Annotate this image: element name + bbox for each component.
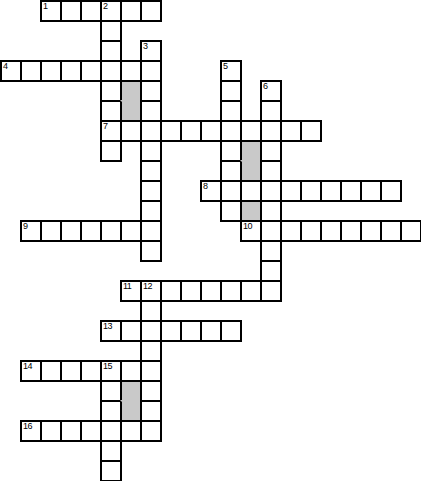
clue-number: 12 bbox=[143, 282, 152, 290]
answer-cell[interactable] bbox=[260, 200, 282, 222]
answer-cell[interactable] bbox=[240, 120, 262, 142]
answer-cell[interactable] bbox=[240, 280, 262, 302]
answer-cell[interactable] bbox=[80, 420, 102, 442]
answer-cell[interactable] bbox=[140, 100, 162, 122]
answer-cell[interactable] bbox=[260, 220, 282, 242]
answer-cell[interactable] bbox=[120, 120, 142, 142]
answer-cell[interactable]: 11 bbox=[120, 280, 142, 302]
answer-cell[interactable] bbox=[220, 320, 242, 342]
answer-cell[interactable] bbox=[340, 220, 362, 242]
answer-cell[interactable]: 2 bbox=[100, 0, 122, 22]
answer-cell[interactable] bbox=[360, 220, 382, 242]
answer-cell[interactable] bbox=[140, 340, 162, 362]
answer-cell[interactable] bbox=[140, 400, 162, 422]
answer-cell[interactable] bbox=[100, 460, 122, 481]
clue-number: 13 bbox=[103, 322, 112, 330]
answer-cell[interactable] bbox=[280, 120, 302, 142]
answer-cell[interactable] bbox=[200, 280, 222, 302]
answer-cell[interactable]: 10 bbox=[240, 220, 262, 242]
clue-number: 3 bbox=[143, 42, 148, 50]
clue-number: 6 bbox=[263, 82, 268, 90]
answer-cell[interactable] bbox=[140, 120, 162, 142]
answer-cell[interactable] bbox=[140, 300, 162, 322]
answer-cell[interactable] bbox=[200, 320, 222, 342]
answer-cell[interactable]: 9 bbox=[20, 220, 42, 242]
answer-cell[interactable] bbox=[220, 280, 242, 302]
answer-cell[interactable] bbox=[180, 280, 202, 302]
answer-cell[interactable] bbox=[40, 60, 62, 82]
answer-cell[interactable] bbox=[260, 180, 282, 202]
answer-cell[interactable] bbox=[100, 140, 122, 162]
answer-cell[interactable] bbox=[260, 160, 282, 182]
answer-cell[interactable] bbox=[220, 100, 242, 122]
answer-cell[interactable]: 16 bbox=[20, 420, 42, 442]
answer-cell[interactable] bbox=[180, 120, 202, 142]
answer-cell[interactable] bbox=[60, 60, 82, 82]
answer-cell[interactable] bbox=[220, 140, 242, 162]
answer-cell[interactable] bbox=[160, 320, 182, 342]
answer-cell[interactable] bbox=[140, 360, 162, 382]
clue-number: 7 bbox=[103, 122, 108, 130]
answer-cell[interactable] bbox=[160, 120, 182, 142]
answer-cell[interactable] bbox=[260, 280, 282, 302]
filler-cell bbox=[120, 400, 142, 422]
answer-cell[interactable] bbox=[140, 80, 162, 102]
answer-cell[interactable] bbox=[100, 420, 122, 442]
answer-cell[interactable] bbox=[140, 200, 162, 222]
clue-number: 10 bbox=[243, 222, 252, 230]
filler-cell bbox=[240, 160, 262, 182]
answer-cell[interactable] bbox=[400, 220, 421, 242]
clue-number: 5 bbox=[223, 62, 228, 70]
clue-number: 8 bbox=[203, 182, 208, 190]
answer-cell[interactable] bbox=[140, 320, 162, 342]
answer-cell[interactable] bbox=[100, 100, 122, 122]
filler-cell bbox=[120, 380, 142, 402]
answer-cell[interactable]: 12 bbox=[140, 280, 162, 302]
answer-cell[interactable] bbox=[280, 180, 302, 202]
answer-cell[interactable] bbox=[100, 380, 122, 402]
answer-cell[interactable] bbox=[340, 180, 362, 202]
answer-cell[interactable] bbox=[200, 120, 222, 142]
answer-cell[interactable] bbox=[220, 80, 242, 102]
answer-cell[interactable] bbox=[360, 180, 382, 202]
answer-cell[interactable] bbox=[140, 180, 162, 202]
clue-number: 2 bbox=[103, 2, 108, 10]
answer-cell[interactable] bbox=[160, 280, 182, 302]
answer-cell[interactable]: 3 bbox=[140, 40, 162, 62]
answer-cell[interactable] bbox=[100, 80, 122, 102]
answer-cell[interactable] bbox=[300, 220, 322, 242]
answer-cell[interactable] bbox=[100, 220, 122, 242]
answer-cell[interactable] bbox=[220, 160, 242, 182]
answer-cell[interactable] bbox=[180, 320, 202, 342]
filler-cell bbox=[120, 80, 142, 102]
answer-cell[interactable] bbox=[120, 360, 142, 382]
filler-cell bbox=[240, 200, 262, 222]
answer-cell[interactable] bbox=[60, 0, 82, 22]
answer-cell[interactable] bbox=[60, 220, 82, 242]
answer-cell[interactable]: 8 bbox=[200, 180, 222, 202]
clue-number: 16 bbox=[23, 422, 32, 430]
answer-cell[interactable] bbox=[220, 120, 242, 142]
clue-number: 14 bbox=[23, 362, 32, 370]
answer-cell[interactable] bbox=[40, 360, 62, 382]
answer-cell[interactable] bbox=[260, 100, 282, 122]
answer-cell[interactable]: 13 bbox=[100, 320, 122, 342]
answer-cell[interactable] bbox=[300, 180, 322, 202]
answer-cell[interactable]: 15 bbox=[100, 360, 122, 382]
answer-cell[interactable] bbox=[260, 140, 282, 162]
answer-cell[interactable] bbox=[140, 220, 162, 242]
clue-number: 15 bbox=[103, 362, 112, 370]
answer-cell[interactable] bbox=[100, 20, 122, 42]
answer-cell[interactable] bbox=[120, 320, 142, 342]
filler-cell bbox=[120, 100, 142, 122]
answer-cell[interactable] bbox=[220, 200, 242, 222]
answer-cell[interactable] bbox=[60, 360, 82, 382]
answer-cell[interactable] bbox=[300, 120, 322, 142]
answer-cell[interactable] bbox=[140, 380, 162, 402]
answer-cell[interactable] bbox=[280, 220, 302, 242]
answer-cell[interactable] bbox=[80, 220, 102, 242]
answer-cell[interactable] bbox=[140, 0, 162, 22]
answer-cell[interactable] bbox=[120, 220, 142, 242]
answer-cell[interactable] bbox=[60, 420, 82, 442]
answer-cell[interactable] bbox=[140, 140, 162, 162]
clue-number: 9 bbox=[23, 222, 28, 230]
answer-cell[interactable] bbox=[260, 240, 282, 262]
answer-cell[interactable] bbox=[80, 0, 102, 22]
answer-cell[interactable] bbox=[240, 180, 262, 202]
answer-cell[interactable] bbox=[140, 160, 162, 182]
answer-cell[interactable]: 7 bbox=[100, 120, 122, 142]
answer-cell[interactable] bbox=[20, 60, 42, 82]
answer-cell[interactable] bbox=[260, 120, 282, 142]
clue-number: 11 bbox=[123, 282, 131, 290]
answer-cell[interactable] bbox=[260, 260, 282, 282]
answer-cell[interactable] bbox=[120, 0, 142, 22]
answer-cell[interactable] bbox=[80, 60, 102, 82]
answer-cell[interactable] bbox=[140, 240, 162, 262]
answer-cell[interactable]: 4 bbox=[0, 60, 22, 82]
crossword-page: 12345678910111213141516 bbox=[0, 0, 421, 481]
answer-cell[interactable] bbox=[80, 360, 102, 382]
answer-cell[interactable] bbox=[100, 60, 122, 82]
answer-cell[interactable] bbox=[320, 180, 342, 202]
answer-cell[interactable] bbox=[40, 220, 62, 242]
answer-cell[interactable] bbox=[140, 60, 162, 82]
answer-cell[interactable] bbox=[380, 180, 402, 202]
answer-cell[interactable]: 1 bbox=[40, 0, 62, 22]
answer-cell[interactable] bbox=[220, 180, 242, 202]
answer-cell[interactable] bbox=[140, 420, 162, 442]
answer-cell[interactable]: 14 bbox=[20, 360, 42, 382]
answer-cell[interactable]: 6 bbox=[260, 80, 282, 102]
clue-number: 1 bbox=[43, 2, 48, 10]
answer-cell[interactable] bbox=[120, 420, 142, 442]
answer-cell[interactable] bbox=[100, 440, 122, 462]
crossword-grid: 12345678910111213141516 bbox=[0, 0, 420, 480]
answer-cell[interactable]: 5 bbox=[220, 60, 242, 82]
filler-cell bbox=[240, 140, 262, 162]
answer-cell[interactable] bbox=[100, 400, 122, 422]
answer-cell[interactable] bbox=[40, 420, 62, 442]
answer-cell[interactable] bbox=[320, 220, 342, 242]
clue-number: 4 bbox=[3, 62, 8, 70]
answer-cell[interactable] bbox=[100, 40, 122, 62]
answer-cell[interactable] bbox=[380, 220, 402, 242]
answer-cell[interactable] bbox=[120, 60, 142, 82]
